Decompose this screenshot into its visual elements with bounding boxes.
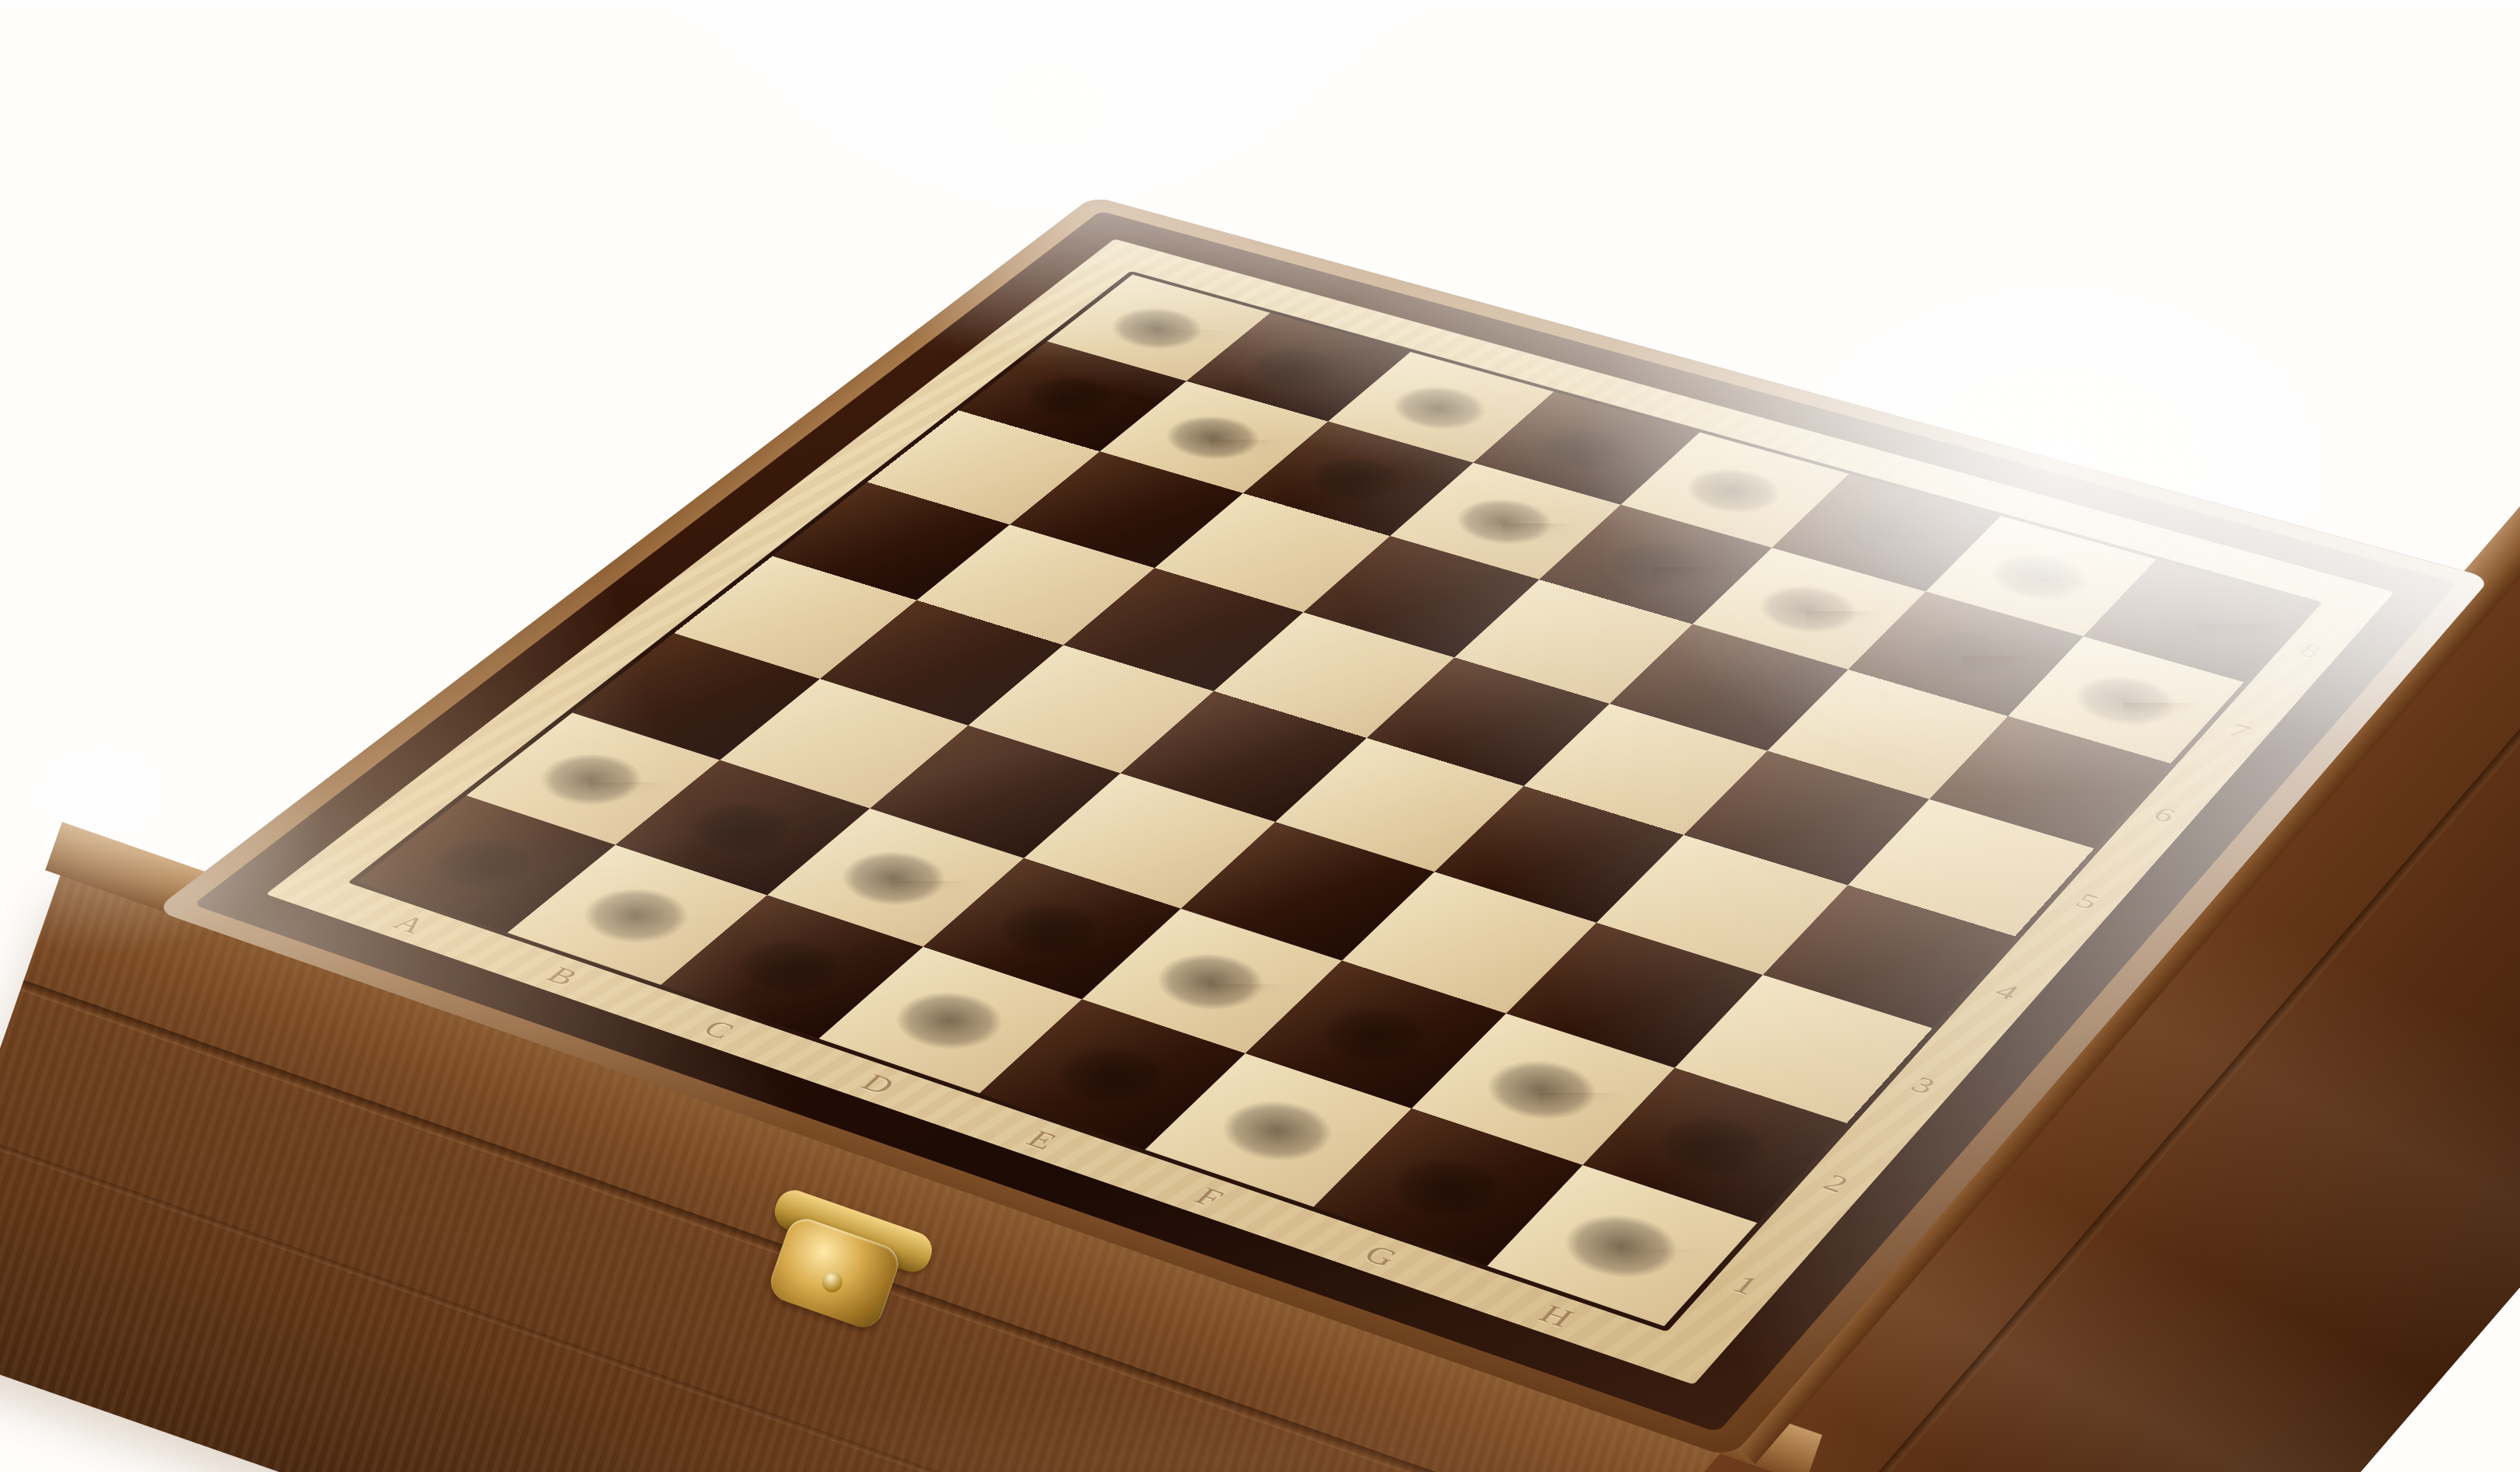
pawn-glyph-icon: ♟: [2015, 497, 2230, 717]
rook-glyph-icon: ♜: [1478, 977, 1758, 1265]
chess-board: ♜♞♝♛♚♝♞♜♟♟♟♟♟♟♟♟♟♟♟♟♟♟♟♟♜♞♝♛♚♝♞♜ ABCDEFG…: [154, 196, 2491, 1458]
board-grid: ♜♞♝♛♚♝♞♜♟♟♟♟♟♟♟♟♟♟♟♟♟♟♟♟♜♞♝♛♚♝♞♜: [356, 274, 2315, 1326]
scene-3d: ♜♞♝♛♚♝♞♜♟♟♟♟♟♟♟♟♟♟♟♟♟♟♟♟♜♞♝♛♚♝♞♜ ABCDEFG…: [0, 0, 2520, 1472]
photo-stage: ♜♞♝♛♚♝♞♜♟♟♟♟♟♟♟♟♟♟♟♟♟♟♟♟♜♞♝♛♚♝♞♜ ABCDEFG…: [0, 0, 2520, 1472]
